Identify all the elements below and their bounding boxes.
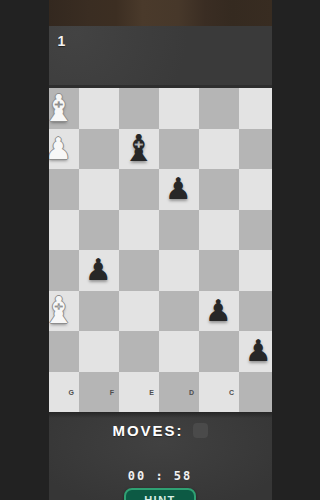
file-label-f: F bbox=[110, 388, 115, 395]
square-d6[interactable] bbox=[159, 291, 199, 332]
square-g7[interactable] bbox=[49, 331, 79, 372]
square-g6[interactable]: ♝ bbox=[49, 291, 79, 332]
square-b4[interactable] bbox=[239, 210, 272, 251]
file-label-c: C bbox=[229, 388, 235, 395]
square-c2[interactable] bbox=[199, 129, 239, 170]
moves-row: MOVES: bbox=[49, 422, 272, 439]
square-d8[interactable]: D bbox=[159, 372, 199, 413]
square-e1[interactable] bbox=[119, 88, 159, 129]
square-g3[interactable] bbox=[49, 169, 79, 210]
hint-button-label: HINT bbox=[144, 494, 176, 500]
file-label-e: E bbox=[149, 388, 154, 395]
square-c8[interactable]: C bbox=[199, 372, 239, 413]
file-label-d: D bbox=[189, 388, 195, 395]
square-g1[interactable]: ♝ bbox=[49, 88, 79, 129]
black-pawn-f5[interactable]: ♟ bbox=[85, 255, 112, 285]
moves-label: MOVES: bbox=[112, 422, 183, 439]
black-bishop-e2[interactable]: ♝ bbox=[122, 130, 155, 167]
square-f6[interactable] bbox=[79, 291, 119, 332]
square-c3[interactable] bbox=[199, 169, 239, 210]
square-b8[interactable] bbox=[239, 372, 272, 413]
bottom-panel: MOVES: 00 : 58 HINT bbox=[49, 412, 272, 500]
square-f8[interactable]: F bbox=[79, 372, 119, 413]
square-e4[interactable] bbox=[119, 210, 159, 251]
square-f7[interactable] bbox=[79, 331, 119, 372]
board: ♝♟♝♟♟♝♟♟GFEDC bbox=[49, 88, 272, 412]
square-b2[interactable] bbox=[239, 129, 272, 170]
square-b3[interactable] bbox=[239, 169, 272, 210]
square-d4[interactable] bbox=[159, 210, 199, 251]
square-b5[interactable] bbox=[239, 250, 272, 291]
white-bishop-g1[interactable]: ♝ bbox=[49, 90, 76, 127]
background-wood-strip bbox=[49, 0, 272, 26]
level-indicator: 1 bbox=[58, 33, 66, 49]
file-label-g: G bbox=[69, 388, 75, 395]
square-c6[interactable]: ♟ bbox=[199, 291, 239, 332]
white-pawn-g2[interactable]: ♟ bbox=[49, 134, 72, 164]
square-e7[interactable] bbox=[119, 331, 159, 372]
square-g5[interactable] bbox=[49, 250, 79, 291]
square-b1[interactable] bbox=[239, 88, 272, 129]
board-shadow bbox=[49, 412, 272, 418]
square-e2[interactable]: ♝ bbox=[119, 129, 159, 170]
app-screen: 1 ♝♟♝♟♟♝♟♟GFEDC MOVES: 00 : 58 HINT bbox=[49, 0, 272, 500]
hint-button[interactable]: HINT bbox=[124, 488, 196, 500]
square-e3[interactable] bbox=[119, 169, 159, 210]
square-b6[interactable] bbox=[239, 291, 272, 332]
square-d1[interactable] bbox=[159, 88, 199, 129]
black-pawn-c6[interactable]: ♟ bbox=[205, 296, 232, 326]
black-pawn-d3[interactable]: ♟ bbox=[165, 174, 192, 204]
square-e8[interactable]: E bbox=[119, 372, 159, 413]
square-b7[interactable]: ♟ bbox=[239, 331, 272, 372]
square-d5[interactable] bbox=[159, 250, 199, 291]
black-pawn-b7[interactable]: ♟ bbox=[245, 336, 271, 366]
white-bishop-g6[interactable]: ♝ bbox=[49, 292, 76, 329]
square-g4[interactable] bbox=[49, 210, 79, 251]
square-c4[interactable] bbox=[199, 210, 239, 251]
square-d3[interactable]: ♟ bbox=[159, 169, 199, 210]
square-f2[interactable] bbox=[79, 129, 119, 170]
square-c1[interactable] bbox=[199, 88, 239, 129]
board-viewport: ♝♟♝♟♟♝♟♟GFEDC bbox=[49, 88, 272, 412]
square-c7[interactable] bbox=[199, 331, 239, 372]
square-d2[interactable] bbox=[159, 129, 199, 170]
timer: 00 : 58 bbox=[49, 469, 272, 483]
square-f1[interactable] bbox=[79, 88, 119, 129]
square-f3[interactable] bbox=[79, 169, 119, 210]
square-d7[interactable] bbox=[159, 331, 199, 372]
square-f4[interactable] bbox=[79, 210, 119, 251]
square-e6[interactable] bbox=[119, 291, 159, 332]
moves-count-badge bbox=[193, 423, 208, 438]
square-c5[interactable] bbox=[199, 250, 239, 291]
top-bar: 1 bbox=[49, 26, 272, 88]
square-g8[interactable]: G bbox=[49, 372, 79, 413]
square-f5[interactable]: ♟ bbox=[79, 250, 119, 291]
square-g2[interactable]: ♟ bbox=[49, 129, 79, 170]
square-e5[interactable] bbox=[119, 250, 159, 291]
